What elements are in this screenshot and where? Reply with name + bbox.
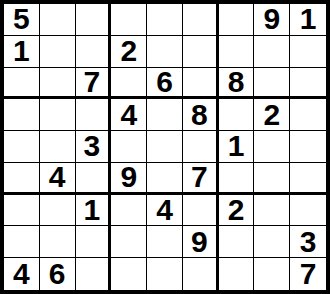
cell-r3c9[interactable] bbox=[290, 68, 326, 100]
cell-r1c2[interactable] bbox=[40, 4, 76, 36]
cell-r3c3[interactable]: 7 bbox=[76, 68, 112, 100]
cell-r5c1[interactable] bbox=[4, 131, 40, 163]
cell-r6c2[interactable]: 4 bbox=[40, 163, 76, 195]
cell-r6c8[interactable] bbox=[254, 163, 290, 195]
cell-r7c1[interactable] bbox=[4, 195, 40, 227]
cell-r7c8[interactable] bbox=[254, 195, 290, 227]
cell-r4c6[interactable]: 8 bbox=[183, 99, 219, 131]
cell-r7c6[interactable] bbox=[183, 195, 219, 227]
cell-r3c4[interactable] bbox=[111, 68, 147, 100]
cell-r5c7[interactable]: 1 bbox=[219, 131, 255, 163]
sudoku-board: 591127684823149714293467 bbox=[0, 0, 330, 294]
cell-r4c7[interactable] bbox=[219, 99, 255, 131]
cell-r8c8[interactable] bbox=[254, 226, 290, 258]
cell-r8c2[interactable] bbox=[40, 226, 76, 258]
cell-r4c2[interactable] bbox=[40, 99, 76, 131]
cell-r9c6[interactable] bbox=[183, 258, 219, 290]
cell-r9c2[interactable]: 6 bbox=[40, 258, 76, 290]
cell-r8c5[interactable] bbox=[147, 226, 183, 258]
cell-r8c6[interactable]: 9 bbox=[183, 226, 219, 258]
cell-r9c8[interactable] bbox=[254, 258, 290, 290]
cell-r6c5[interactable] bbox=[147, 163, 183, 195]
cell-r1c4[interactable] bbox=[111, 4, 147, 36]
cell-r6c1[interactable] bbox=[4, 163, 40, 195]
cell-r2c1[interactable]: 1 bbox=[4, 36, 40, 68]
cell-r9c1[interactable]: 4 bbox=[4, 258, 40, 290]
cell-r4c1[interactable] bbox=[4, 99, 40, 131]
cell-r7c4[interactable] bbox=[111, 195, 147, 227]
cell-r3c7[interactable]: 8 bbox=[219, 68, 255, 100]
cell-r2c3[interactable] bbox=[76, 36, 112, 68]
cell-r1c7[interactable] bbox=[219, 4, 255, 36]
cell-r4c5[interactable] bbox=[147, 99, 183, 131]
cell-r3c5[interactable]: 6 bbox=[147, 68, 183, 100]
cell-r8c1[interactable] bbox=[4, 226, 40, 258]
cell-r7c3[interactable]: 1 bbox=[76, 195, 112, 227]
cell-r5c2[interactable] bbox=[40, 131, 76, 163]
cell-r8c3[interactable] bbox=[76, 226, 112, 258]
cell-r1c6[interactable] bbox=[183, 4, 219, 36]
cell-r6c6[interactable]: 7 bbox=[183, 163, 219, 195]
cell-r1c5[interactable] bbox=[147, 4, 183, 36]
cell-r3c2[interactable] bbox=[40, 68, 76, 100]
cell-r6c3[interactable] bbox=[76, 163, 112, 195]
cell-r5c3[interactable]: 3 bbox=[76, 131, 112, 163]
cell-r4c4[interactable]: 4 bbox=[111, 99, 147, 131]
cell-r4c3[interactable] bbox=[76, 99, 112, 131]
cell-r1c9[interactable]: 1 bbox=[290, 4, 326, 36]
cell-r8c9[interactable]: 3 bbox=[290, 226, 326, 258]
cell-r1c1[interactable]: 5 bbox=[4, 4, 40, 36]
cell-r8c4[interactable] bbox=[111, 226, 147, 258]
cell-r2c9[interactable] bbox=[290, 36, 326, 68]
cell-r4c9[interactable] bbox=[290, 99, 326, 131]
cell-r5c8[interactable] bbox=[254, 131, 290, 163]
cell-r2c4[interactable]: 2 bbox=[111, 36, 147, 68]
cell-r7c9[interactable] bbox=[290, 195, 326, 227]
cell-r7c7[interactable]: 2 bbox=[219, 195, 255, 227]
cell-r9c4[interactable] bbox=[111, 258, 147, 290]
cell-r2c6[interactable] bbox=[183, 36, 219, 68]
cell-r1c3[interactable] bbox=[76, 4, 112, 36]
cell-r6c4[interactable]: 9 bbox=[111, 163, 147, 195]
cell-r5c9[interactable] bbox=[290, 131, 326, 163]
cell-r1c8[interactable]: 9 bbox=[254, 4, 290, 36]
cell-r9c7[interactable] bbox=[219, 258, 255, 290]
cell-r3c6[interactable] bbox=[183, 68, 219, 100]
cell-r2c5[interactable] bbox=[147, 36, 183, 68]
cell-r5c4[interactable] bbox=[111, 131, 147, 163]
cell-r9c5[interactable] bbox=[147, 258, 183, 290]
cell-r5c6[interactable] bbox=[183, 131, 219, 163]
cell-r7c2[interactable] bbox=[40, 195, 76, 227]
cell-r3c1[interactable] bbox=[4, 68, 40, 100]
cell-r9c3[interactable] bbox=[76, 258, 112, 290]
cell-r2c2[interactable] bbox=[40, 36, 76, 68]
cell-r8c7[interactable] bbox=[219, 226, 255, 258]
cell-r4c8[interactable]: 2 bbox=[254, 99, 290, 131]
cell-r6c9[interactable] bbox=[290, 163, 326, 195]
cell-r9c9[interactable]: 7 bbox=[290, 258, 326, 290]
cell-r3c8[interactable] bbox=[254, 68, 290, 100]
cell-r6c7[interactable] bbox=[219, 163, 255, 195]
cell-r2c8[interactable] bbox=[254, 36, 290, 68]
cell-r2c7[interactable] bbox=[219, 36, 255, 68]
cell-r5c5[interactable] bbox=[147, 131, 183, 163]
cell-r7c5[interactable]: 4 bbox=[147, 195, 183, 227]
